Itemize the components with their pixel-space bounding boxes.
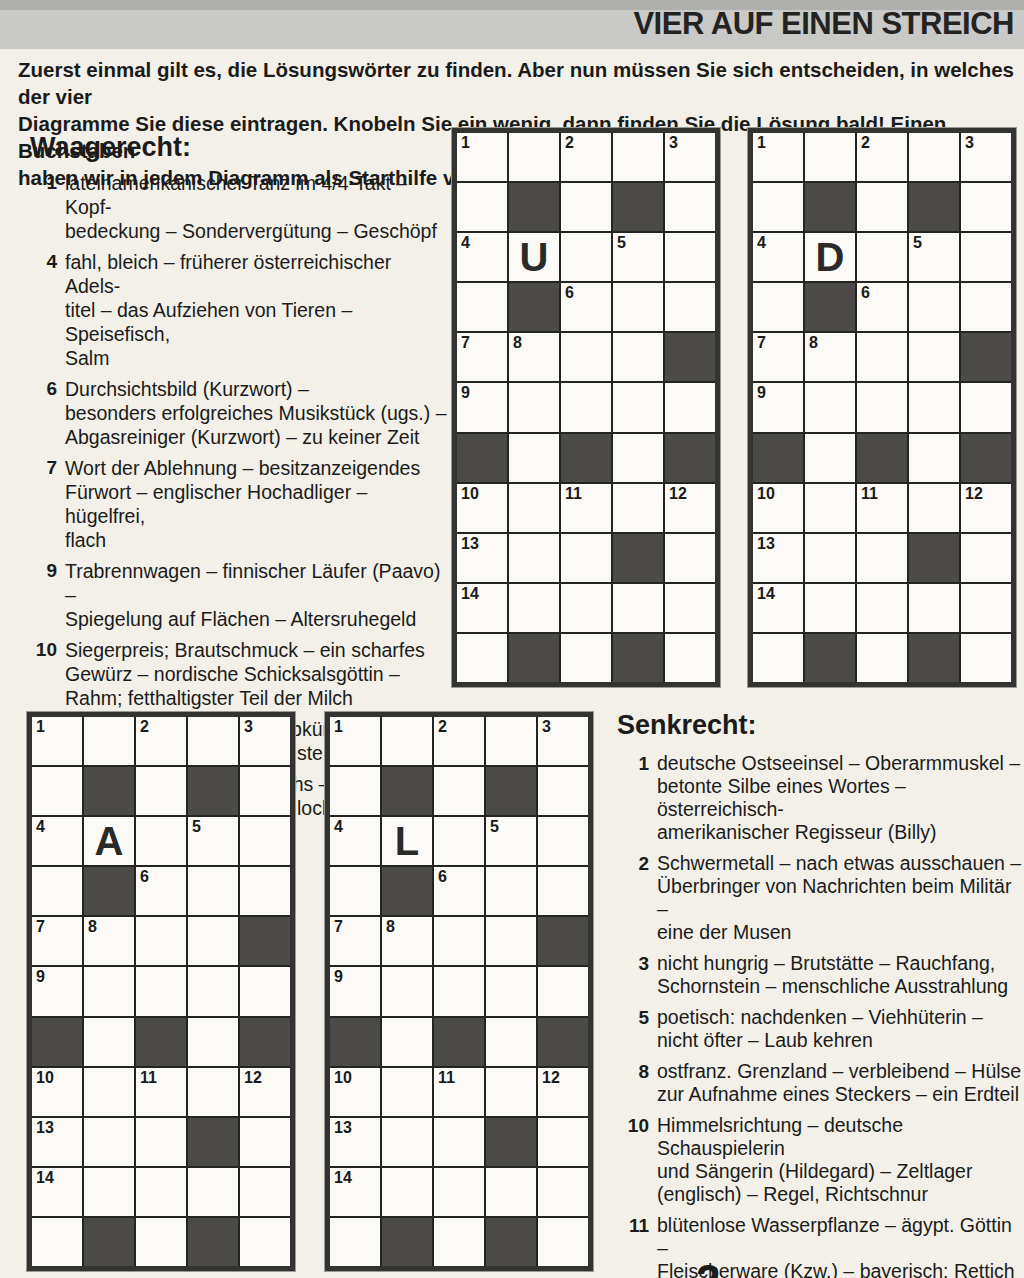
top-left-cell-r1c4[interactable] xyxy=(613,133,663,181)
top-left-cell-r8c3[interactable]: 11 xyxy=(561,484,611,532)
bottom-middle-cell-r3c2[interactable]: L xyxy=(382,817,432,865)
top-right-cell-r8c4[interactable] xyxy=(909,484,959,532)
cell-number: 4 xyxy=(334,818,343,836)
bottom-middle-cell-r6c2[interactable] xyxy=(382,967,432,1015)
cell-number: 7 xyxy=(334,918,343,936)
top-left-cell-r3c4[interactable]: 5 xyxy=(613,233,663,281)
clue-text: deutsche Ostseeinsel – Oberarmmuskel – b… xyxy=(657,752,1023,844)
top-right-cell-r8c5[interactable]: 12 xyxy=(961,484,1011,532)
bottom-left-cell-r9c5[interactable] xyxy=(240,1118,290,1166)
top-left-cell-r6c5[interactable] xyxy=(665,383,715,431)
top-right-cell-r9c1[interactable]: 13 xyxy=(753,534,803,582)
cell-number: 2 xyxy=(140,718,149,736)
bottom-middle-cell-r7c3-block xyxy=(434,1018,484,1066)
cell-number: 5 xyxy=(617,234,626,252)
top-right-cell-r10c5[interactable] xyxy=(961,584,1011,632)
crossword-grid-bottom-left-A: 1234A567891011121314 xyxy=(27,712,295,1271)
top-left-cell-r11c2-block xyxy=(509,634,559,682)
bottom-middle-cell-r9c4-block xyxy=(486,1118,536,1166)
bottom-middle-cell-r4c2-block xyxy=(382,867,432,915)
clue-text: Schwermetall – nach etwas ausschauen – Ü… xyxy=(657,852,1023,944)
top-right-cell-r1c1[interactable]: 1 xyxy=(753,133,803,181)
bottom-middle-cell-r8c1[interactable]: 10 xyxy=(330,1068,380,1116)
bottom-left-cell-r6c3[interactable] xyxy=(136,967,186,1015)
across-clue-10: 10 Siegerpreis; Brautschmuck – ein schar… xyxy=(30,638,450,710)
bottom-middle-cell-r7c2[interactable] xyxy=(382,1018,432,1066)
top-right-cell-r10c1[interactable]: 14 xyxy=(753,584,803,632)
top-right-cell-r7c5-block xyxy=(961,434,1011,482)
clue-number: 2 xyxy=(617,852,657,944)
bottom-middle-cell-r8c2[interactable] xyxy=(382,1068,432,1116)
bottom-left-cell-r8c1[interactable]: 10 xyxy=(32,1068,82,1116)
bottom-middle-cell-r3c1[interactable]: 4 xyxy=(330,817,380,865)
top-right-cell-r3c1[interactable]: 4 xyxy=(753,233,803,281)
clue-text: Himmelsrichtung – deutsche Schauspieleri… xyxy=(657,1114,1023,1206)
bottom-left-cell-r11c2-block xyxy=(84,1218,134,1266)
bottom-left-cell-r4c3[interactable]: 6 xyxy=(136,867,186,915)
cell-number: 9 xyxy=(461,384,470,402)
cell-number: 1 xyxy=(757,134,766,152)
start-letter-A: A xyxy=(84,817,134,865)
cell-number: 5 xyxy=(913,234,922,252)
top-left-cell-r11c4-block xyxy=(613,634,663,682)
bottom-middle-cell-r9c5[interactable] xyxy=(538,1118,588,1166)
down-clue-8: 8 ostfranz. Grenzland – verbleibend – Hü… xyxy=(617,1060,1023,1106)
cell-number: 12 xyxy=(965,485,983,503)
top-left-cell-r5c3[interactable] xyxy=(561,333,611,381)
top-right-cell-r9c4-block xyxy=(909,534,959,582)
bottom-left-cell-r7c4[interactable] xyxy=(188,1018,238,1066)
top-left-cell-r7c5-block xyxy=(665,434,715,482)
top-left-cell-r7c3-block xyxy=(561,434,611,482)
top-left-cell-r3c2[interactable]: U xyxy=(509,233,559,281)
clue-number: 3 xyxy=(617,952,657,998)
bottom-middle-cell-r3c3[interactable] xyxy=(434,817,484,865)
top-right-cell-r5c4[interactable] xyxy=(909,333,959,381)
top-right-cell-r1c2[interactable] xyxy=(805,133,855,181)
cell-number: 14 xyxy=(36,1169,54,1187)
top-left-cell-r3c1[interactable]: 4 xyxy=(457,233,507,281)
top-left-cell-r9c5[interactable] xyxy=(665,534,715,582)
bottom-left-cell-r7c5-block xyxy=(240,1018,290,1066)
top-right-cell-r1c5[interactable]: 3 xyxy=(961,133,1011,181)
top-right-cell-r2c3[interactable] xyxy=(857,183,907,231)
cell-number: 5 xyxy=(490,818,499,836)
down-clue-1: 1 deutsche Ostseeinsel – Oberarmmuskel –… xyxy=(617,752,1023,844)
cell-number: 3 xyxy=(244,718,253,736)
bottom-middle-cell-r6c5[interactable] xyxy=(538,967,588,1015)
bottom-left-cell-r3c1[interactable]: 4 xyxy=(32,817,82,865)
bottom-middle-cell-r10c4[interactable] xyxy=(486,1168,536,1216)
cell-number: 13 xyxy=(334,1119,352,1137)
bottom-middle-cell-r2c5[interactable] xyxy=(538,767,588,815)
top-right-cell-r4c1[interactable] xyxy=(753,283,803,331)
bottom-middle-cell-r7c5-block xyxy=(538,1018,588,1066)
bottom-middle-cell-r4c1[interactable] xyxy=(330,867,380,915)
bottom-middle-cell-r6c3[interactable] xyxy=(434,967,484,1015)
bottom-left-cell-r5c4[interactable] xyxy=(188,917,238,965)
top-left-cell-r5c5-block xyxy=(665,333,715,381)
bottom-middle-cell-r8c4[interactable] xyxy=(486,1068,536,1116)
bottom-left-cell-r11c1[interactable] xyxy=(32,1218,82,1266)
crossword-grid-top-left-U: 1234U567891011121314 xyxy=(452,128,720,687)
bottom-left-cell-r4c5[interactable] xyxy=(240,867,290,915)
bottom-left-cell-r2c3[interactable] xyxy=(136,767,186,815)
cell-number: 11 xyxy=(565,485,582,503)
down-clue-3: 3 nicht hungrig – Brutstätte – Rauchfang… xyxy=(617,952,1023,998)
clue-text: Trabrennwagen – finnischer Läufer (Paavo… xyxy=(65,559,450,631)
top-left-cell-r11c5[interactable] xyxy=(665,634,715,682)
down-heading: Senkrecht: xyxy=(617,710,1023,740)
crossword-grid-top-right-D: 1234D567891011121314 xyxy=(748,128,1016,687)
cell-number: 10 xyxy=(461,485,479,503)
cell-number: 8 xyxy=(88,918,97,936)
top-left-cell-r4c1[interactable] xyxy=(457,283,507,331)
top-left-cell-r2c5[interactable] xyxy=(665,183,715,231)
top-left-cell-r11c3[interactable] xyxy=(561,634,611,682)
top-left-cell-r9c4-block xyxy=(613,534,663,582)
down-clue-10: 10 Himmelsrichtung – deutsche Schauspiel… xyxy=(617,1114,1023,1206)
bottom-left-cell-r6c5[interactable] xyxy=(240,967,290,1015)
bottom-middle-cell-r9c2[interactable] xyxy=(382,1118,432,1166)
bottom-left-cell-r9c1[interactable]: 13 xyxy=(32,1118,82,1166)
bottom-middle-cell-r10c5[interactable] xyxy=(538,1168,588,1216)
bottom-left-cell-r7c2[interactable] xyxy=(84,1018,134,1066)
top-left-cell-r7c1-block xyxy=(457,434,507,482)
top-left-cell-r10c4[interactable] xyxy=(613,584,663,632)
bottom-left-cell-r6c1[interactable]: 9 xyxy=(32,967,82,1015)
bottom-left-cell-r3c4[interactable]: 5 xyxy=(188,817,238,865)
top-left-cell-r1c3[interactable]: 2 xyxy=(561,133,611,181)
bottom-left-cell-r8c2[interactable] xyxy=(84,1068,134,1116)
bottom-left-cell-r4c4[interactable] xyxy=(188,867,238,915)
bottom-left-cell-r2c2-block xyxy=(84,767,134,815)
bottom-left-cell-r11c5[interactable] xyxy=(240,1218,290,1266)
bottom-left-cell-r6c2[interactable] xyxy=(84,967,134,1015)
cell-number: 5 xyxy=(192,818,201,836)
bottom-left-cell-r1c2[interactable] xyxy=(84,717,134,765)
bottom-middle-cell-r6c1[interactable]: 9 xyxy=(330,967,380,1015)
top-left-cell-r4c2-block xyxy=(509,283,559,331)
top-right-cell-r8c3[interactable]: 11 xyxy=(857,484,907,532)
bottom-middle-cell-r10c1[interactable]: 14 xyxy=(330,1168,380,1216)
clue-text: nicht hungrig – Brutstätte – Rauchfang, … xyxy=(657,952,1023,998)
bottom-middle-cell-r2c4-block xyxy=(486,767,536,815)
bottom-left-cell-r5c1[interactable]: 7 xyxy=(32,917,82,965)
top-left-cell-r10c2[interactable] xyxy=(509,584,559,632)
bottom-middle-cell-r4c3[interactable]: 6 xyxy=(434,867,484,915)
bottom-left-cell-r3c3[interactable] xyxy=(136,817,186,865)
cell-number: 6 xyxy=(565,284,574,302)
top-right-cell-r5c3[interactable] xyxy=(857,333,907,381)
top-left-cell-r7c4[interactable] xyxy=(613,434,663,482)
top-right-cell-r5c5-block xyxy=(961,333,1011,381)
top-left-cell-r11c1[interactable] xyxy=(457,634,507,682)
bottom-middle-cell-r4c5[interactable] xyxy=(538,867,588,915)
top-right-cell-r7c1-block xyxy=(753,434,803,482)
top-left-cell-r4c3[interactable]: 6 xyxy=(561,283,611,331)
clue-number: 5 xyxy=(617,1006,657,1052)
bottom-middle-cell-r6c4[interactable] xyxy=(486,967,536,1015)
top-right-cell-r10c4[interactable] xyxy=(909,584,959,632)
cell-number: 14 xyxy=(334,1169,352,1187)
clue-number: 1 xyxy=(617,752,657,844)
bottom-middle-cell-r11c5[interactable] xyxy=(538,1218,588,1266)
bottom-left-cell-r1c1[interactable]: 1 xyxy=(32,717,82,765)
across-clue-7: 7 Wort der Ablehnung – besitzanzeigendes… xyxy=(30,456,450,552)
bottom-left-cell-r9c4-block xyxy=(188,1118,238,1166)
bottom-left-cell-r4c1[interactable] xyxy=(32,867,82,915)
bottom-middle-cell-r5c1[interactable]: 7 xyxy=(330,917,380,965)
cell-number: 6 xyxy=(438,868,447,886)
bottom-left-cell-r2c5[interactable] xyxy=(240,767,290,815)
bottom-left-cell-r1c3[interactable]: 2 xyxy=(136,717,186,765)
top-right-cell-r2c5[interactable] xyxy=(961,183,1011,231)
bottom-middle-cell-r8c3[interactable]: 11 xyxy=(434,1068,484,1116)
bottom-middle-cell-r5c2[interactable]: 8 xyxy=(382,917,432,965)
top-right-cell-r3c4[interactable]: 5 xyxy=(909,233,959,281)
bottom-middle-cell-r4c4[interactable] xyxy=(486,867,536,915)
top-left-cell-r6c4[interactable] xyxy=(613,383,663,431)
bottom-left-cell-r1c5[interactable]: 3 xyxy=(240,717,290,765)
top-right-cell-r7c3-block xyxy=(857,434,907,482)
top-right-cell-r4c5[interactable] xyxy=(961,283,1011,331)
bottom-left-cell-r10c5[interactable] xyxy=(240,1168,290,1216)
bottom-left-cell-r8c4[interactable] xyxy=(188,1068,238,1116)
cell-number: 6 xyxy=(140,868,149,886)
bottom-left-cell-r11c3[interactable] xyxy=(136,1218,186,1266)
across-clue-4: 4 fahl, bleich – früherer österreichisch… xyxy=(30,250,450,370)
bottom-left-cell-r6c4[interactable] xyxy=(188,967,238,1015)
bottom-left-cell-r10c3[interactable] xyxy=(136,1168,186,1216)
bottom-middle-cell-r2c3[interactable] xyxy=(434,767,484,815)
top-left-cell-r8c2[interactable] xyxy=(509,484,559,532)
top-left-cell-r2c3[interactable] xyxy=(561,183,611,231)
bottom-middle-cell-r2c1[interactable] xyxy=(330,767,380,815)
top-left-cell-r6c3[interactable] xyxy=(561,383,611,431)
top-left-cell-r8c1[interactable]: 10 xyxy=(457,484,507,532)
top-right-cell-r8c1[interactable]: 10 xyxy=(753,484,803,532)
bottom-left-cell-r2c4-block xyxy=(188,767,238,815)
top-right-cell-r9c5[interactable] xyxy=(961,534,1011,582)
bottom-middle-cell-r11c1[interactable] xyxy=(330,1218,380,1266)
bottom-middle-cell-r1c1[interactable]: 1 xyxy=(330,717,380,765)
cell-number: 12 xyxy=(669,485,687,503)
bottom-left-cell-r7c1-block xyxy=(32,1018,82,1066)
cell-number: 11 xyxy=(861,485,878,503)
bottom-middle-cell-r7c1-block xyxy=(330,1018,380,1066)
top-right-cell-r9c3[interactable] xyxy=(857,534,907,582)
top-left-cell-r8c4[interactable] xyxy=(613,484,663,532)
top-left-cell-r10c3[interactable] xyxy=(561,584,611,632)
top-right-cell-r9c2[interactable] xyxy=(805,534,855,582)
bottom-middle-cell-r8c5[interactable]: 12 xyxy=(538,1068,588,1116)
cell-number: 14 xyxy=(757,585,775,603)
top-left-cell-r9c3[interactable] xyxy=(561,534,611,582)
clue-number: 1 xyxy=(30,171,65,243)
cell-number: 7 xyxy=(36,918,45,936)
top-right-cell-r10c3[interactable] xyxy=(857,584,907,632)
top-right-cell-r4c3[interactable]: 6 xyxy=(857,283,907,331)
top-left-cell-r2c2-block xyxy=(509,183,559,231)
cell-number: 2 xyxy=(565,134,574,152)
bottom-middle-cell-r1c2[interactable] xyxy=(382,717,432,765)
bottom-middle-cell-r1c4[interactable] xyxy=(486,717,536,765)
top-right-cell-r6c4[interactable] xyxy=(909,383,959,431)
top-left-cell-r7c2[interactable] xyxy=(509,434,559,482)
cell-number: 13 xyxy=(757,535,775,553)
bottom-left-cell-r8c3[interactable]: 11 xyxy=(136,1068,186,1116)
cell-number: 9 xyxy=(757,384,766,402)
top-right-cell-r11c5[interactable] xyxy=(961,634,1011,682)
down-clue-2: 2 Schwermetall – nach etwas ausschauen –… xyxy=(617,852,1023,944)
top-right-cell-r7c2[interactable] xyxy=(805,434,855,482)
bottom-middle-cell-r5c3[interactable] xyxy=(434,917,484,965)
bottom-middle-cell-r3c4[interactable]: 5 xyxy=(486,817,536,865)
bottom-left-cell-r5c5-block xyxy=(240,917,290,965)
clue-number: 10 xyxy=(617,1114,657,1206)
across-clue-9: 9 Trabrennwagen – finnischer Läufer (Paa… xyxy=(30,559,450,631)
down-clue-11: 11 blütenlose Wasserpflanze – ägypt. Göt… xyxy=(617,1214,1023,1278)
cell-number: 9 xyxy=(36,968,45,986)
top-left-cell-r3c5[interactable] xyxy=(665,233,715,281)
bottom-middle-cell-r2c2-block xyxy=(382,767,432,815)
start-letter-L: L xyxy=(382,817,432,865)
top-right-cell-r10c2[interactable] xyxy=(805,584,855,632)
clue-number: 9 xyxy=(30,559,65,631)
top-right-cell-r6c3[interactable] xyxy=(857,383,907,431)
down-clues-section: Senkrecht: 1 deutsche Ostseeinsel – Ober… xyxy=(617,710,1023,1278)
clue-number: 4 xyxy=(30,250,65,370)
top-right-cell-r4c4[interactable] xyxy=(909,283,959,331)
bottom-left-cell-r2c1[interactable] xyxy=(32,767,82,815)
top-left-cell-r2c1[interactable] xyxy=(457,183,507,231)
bottom-middle-cell-r11c2-block xyxy=(382,1218,432,1266)
top-left-cell-r9c1[interactable]: 13 xyxy=(457,534,507,582)
top-right-cell-r7c4[interactable] xyxy=(909,434,959,482)
top-right-cell-r8c2[interactable] xyxy=(805,484,855,532)
cell-number: 2 xyxy=(861,134,870,152)
top-right-cell-r1c3[interactable]: 2 xyxy=(857,133,907,181)
top-right-cell-r3c3[interactable] xyxy=(857,233,907,281)
clue-text: Durchsichtsbild (Kurzwort) – besonders e… xyxy=(65,377,450,449)
cell-number: 1 xyxy=(334,718,343,736)
bottom-left-cell-r3c2[interactable]: A xyxy=(84,817,134,865)
top-right-cell-r11c2-block xyxy=(805,634,855,682)
top-right-cell-r5c1[interactable]: 7 xyxy=(753,333,803,381)
bottom-middle-cell-r9c3[interactable] xyxy=(434,1118,484,1166)
top-left-cell-r10c5[interactable] xyxy=(665,584,715,632)
bottom-left-cell-r10c4[interactable] xyxy=(188,1168,238,1216)
bottom-middle-cell-r11c4-block xyxy=(486,1218,536,1266)
top-left-cell-r1c1[interactable]: 1 xyxy=(457,133,507,181)
bottom-left-cell-r3c5[interactable] xyxy=(240,817,290,865)
top-left-cell-r1c5[interactable]: 3 xyxy=(665,133,715,181)
top-left-cell-r5c2[interactable]: 8 xyxy=(509,333,559,381)
top-left-cell-r4c4[interactable] xyxy=(613,283,663,331)
clue-number: 8 xyxy=(617,1060,657,1106)
start-letter-D: D xyxy=(805,233,855,281)
bottom-middle-cell-r5c4[interactable] xyxy=(486,917,536,965)
top-left-cell-r5c4[interactable] xyxy=(613,333,663,381)
top-right-cell-r6c5[interactable] xyxy=(961,383,1011,431)
bottom-left-cell-r7c3-block xyxy=(136,1018,186,1066)
cell-number: 7 xyxy=(461,334,470,352)
bottom-left-cell-r11c4-block xyxy=(188,1218,238,1266)
bottom-left-cell-r4c2-block xyxy=(84,867,134,915)
across-clue-1: 1 lateinamerikanischer Tanz im 4/4-Takt … xyxy=(30,171,450,243)
cell-number: 7 xyxy=(757,334,766,352)
bottom-left-cell-r1c4[interactable] xyxy=(188,717,238,765)
clue-number: 7 xyxy=(30,456,65,552)
bottom-left-cell-r10c1[interactable]: 14 xyxy=(32,1168,82,1216)
across-heading: Waagerecht: xyxy=(30,132,450,162)
cell-number: 9 xyxy=(334,968,343,986)
cell-number: 13 xyxy=(461,535,479,553)
top-right-cell-r2c4-block xyxy=(909,183,959,231)
bottom-left-cell-r9c3[interactable] xyxy=(136,1118,186,1166)
top-right-cell-r11c4-block xyxy=(909,634,959,682)
cell-number: 8 xyxy=(513,334,522,352)
top-right-cell-r6c2[interactable] xyxy=(805,383,855,431)
clue-number: 6 xyxy=(30,377,65,449)
cell-number: 12 xyxy=(244,1069,262,1087)
cell-number: 8 xyxy=(809,334,818,352)
bottom-left-cell-r5c3[interactable] xyxy=(136,917,186,965)
cell-number: 4 xyxy=(36,818,45,836)
bottom-middle-cell-r1c3[interactable]: 2 xyxy=(434,717,484,765)
bottom-middle-cell-r9c1[interactable]: 13 xyxy=(330,1118,380,1166)
clue-text: poetisch: nachdenken – Viehhüterin – nic… xyxy=(657,1006,1023,1052)
top-right-cell-r2c1[interactable] xyxy=(753,183,803,231)
top-right-cell-r1c4[interactable] xyxy=(909,133,959,181)
top-left-cell-r1c2[interactable] xyxy=(509,133,559,181)
bottom-middle-cell-r10c3[interactable] xyxy=(434,1168,484,1216)
bottom-left-cell-r5c2[interactable]: 8 xyxy=(84,917,134,965)
start-letter-U: U xyxy=(509,233,559,281)
bottom-middle-cell-r7c4[interactable] xyxy=(486,1018,536,1066)
top-left-cell-r4c5[interactable] xyxy=(665,283,715,331)
cell-number: 3 xyxy=(965,134,974,152)
top-right-cell-r3c5[interactable] xyxy=(961,233,1011,281)
top-right-cell-r5c2[interactable]: 8 xyxy=(805,333,855,381)
clue-text: Siegerpreis; Brautschmuck – ein scharfes… xyxy=(65,638,450,710)
cell-number: 6 xyxy=(861,284,870,302)
top-left-cell-r9c2[interactable] xyxy=(509,534,559,582)
bottom-left-cell-r8c5[interactable]: 12 xyxy=(240,1068,290,1116)
bottom-middle-cell-r1c5[interactable]: 3 xyxy=(538,717,588,765)
cell-number: 3 xyxy=(669,134,678,152)
top-right-cell-r11c3[interactable] xyxy=(857,634,907,682)
top-left-cell-r5c1[interactable]: 7 xyxy=(457,333,507,381)
top-left-cell-r8c5[interactable]: 12 xyxy=(665,484,715,532)
top-left-cell-r6c1[interactable]: 9 xyxy=(457,383,507,431)
cell-number: 4 xyxy=(757,234,766,252)
bottom-left-cell-r10c2[interactable] xyxy=(84,1168,134,1216)
top-right-cell-r6c1[interactable]: 9 xyxy=(753,383,803,431)
bottom-middle-cell-r3c5[interactable] xyxy=(538,817,588,865)
clue-text: ostfranz. Grenzland – verbleibend – Hüls… xyxy=(657,1060,1023,1106)
top-left-cell-r3c3[interactable] xyxy=(561,233,611,281)
top-right-cell-r3c2[interactable]: D xyxy=(805,233,855,281)
bottom-left-cell-r9c2[interactable] xyxy=(84,1118,134,1166)
top-left-cell-r6c2[interactable] xyxy=(509,383,559,431)
bottom-middle-cell-r11c3[interactable] xyxy=(434,1218,484,1266)
down-clue-5: 5 poetisch: nachdenken – Viehhüterin – n… xyxy=(617,1006,1023,1052)
bottom-middle-cell-r10c2[interactable] xyxy=(382,1168,432,1216)
top-right-cell-r11c1[interactable] xyxy=(753,634,803,682)
top-left-cell-r10c1[interactable]: 14 xyxy=(457,584,507,632)
